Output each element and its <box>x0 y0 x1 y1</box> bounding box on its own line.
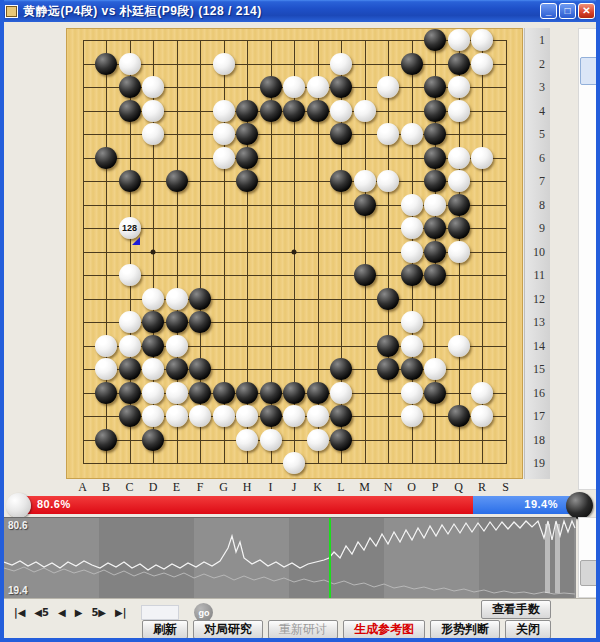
black-stone-P4 <box>424 100 446 122</box>
white-stone-M4 <box>354 100 376 122</box>
white-stone-Q6 <box>448 147 470 169</box>
black-stone-C16 <box>119 382 141 404</box>
graph-top-label: 80.6 <box>8 520 27 531</box>
black-stone-C15 <box>119 358 141 380</box>
black-stone-L15 <box>330 358 352 380</box>
black-stone-N14 <box>377 335 399 357</box>
black-stone-P16 <box>424 382 446 404</box>
black-stone-B16 <box>95 382 117 404</box>
white-stone-D17 <box>142 405 164 427</box>
row-label-13: 13 <box>533 315 545 330</box>
graph-highlight-column <box>545 524 550 593</box>
white-stone-N3 <box>377 76 399 98</box>
white-stone-N5 <box>377 123 399 145</box>
black-stone-M11 <box>354 264 376 286</box>
white-stone-G2 <box>213 53 235 75</box>
white-stone-D3 <box>142 76 164 98</box>
col-label-J: J <box>292 480 297 495</box>
white-stone-L16 <box>330 382 352 404</box>
white-stone-O13 <box>401 311 423 333</box>
row-label-5: 5 <box>539 127 545 142</box>
black-stone-Q9 <box>448 217 470 239</box>
white-stone-C9: 128 <box>119 217 141 239</box>
black-stone-L17 <box>330 405 352 427</box>
white-stone-B15 <box>95 358 117 380</box>
black-stone-P7 <box>424 170 446 192</box>
col-label-B: B <box>102 480 110 495</box>
black-stone-O11 <box>401 264 423 286</box>
black-stone-H16 <box>236 382 258 404</box>
white-stone-O14 <box>401 335 423 357</box>
black-stone-E15 <box>166 358 188 380</box>
black-stone-L5 <box>330 123 352 145</box>
nav-last-button[interactable]: ▶| <box>115 607 126 618</box>
col-label-D: D <box>149 480 158 495</box>
grid-line-v <box>388 40 389 464</box>
black-stone-D13 <box>142 311 164 333</box>
row-label-1: 1 <box>539 33 545 48</box>
white-stone-J3 <box>283 76 305 98</box>
col-label-M: M <box>359 480 370 495</box>
black-stone-M8 <box>354 194 376 216</box>
black-stone-D14 <box>142 335 164 357</box>
white-stone-R16 <box>471 382 493 404</box>
graph-highlight-column <box>555 524 560 593</box>
white-winrate-fill <box>18 496 473 514</box>
black-stone-I17 <box>260 405 282 427</box>
col-label-Q: Q <box>454 480 463 495</box>
white-stone-O9 <box>401 217 423 239</box>
col-label-P: P <box>432 480 439 495</box>
maximize-button[interactable]: □ <box>559 3 576 19</box>
black-stone-J4 <box>283 100 305 122</box>
white-stone-O5 <box>401 123 423 145</box>
white-stone-J17 <box>283 405 305 427</box>
game-research-button[interactable]: 对局研究 <box>193 620 263 639</box>
black-stone-C3 <box>119 76 141 98</box>
winrate-graph-lines <box>4 518 576 598</box>
white-stone-Q3 <box>448 76 470 98</box>
black-stone-H7 <box>236 170 258 192</box>
col-label-S: S <box>502 480 509 495</box>
black-stone-H6 <box>236 147 258 169</box>
white-stone-F17 <box>189 405 211 427</box>
white-stone-K17 <box>307 405 329 427</box>
row-label-9: 9 <box>539 221 545 236</box>
col-label-N: N <box>384 480 393 495</box>
nav-back5-button[interactable]: ◀5 <box>34 607 49 618</box>
row-label-16: 16 <box>533 385 545 400</box>
white-stone-C2 <box>119 53 141 75</box>
white-stone-Q4 <box>448 100 470 122</box>
white-stone-J19 <box>283 452 305 474</box>
row-label-4: 4 <box>539 103 545 118</box>
app-window: 黄静远(P4段) vs 朴廷桓(P9段) (128 / 214) _ □ ✕ 1… <box>0 0 600 642</box>
black-stone-C17 <box>119 405 141 427</box>
white-stone-L4 <box>330 100 352 122</box>
black-stone-K16 <box>307 382 329 404</box>
black-stone-F12 <box>189 288 211 310</box>
white-stone-R6 <box>471 147 493 169</box>
white-stone-C13 <box>119 311 141 333</box>
grid-line-v <box>506 40 507 464</box>
white-stone-E17 <box>166 405 188 427</box>
row-label-10: 10 <box>533 244 545 259</box>
black-stone-P3 <box>424 76 446 98</box>
white-stone-Q7 <box>448 170 470 192</box>
close-dialog-button[interactable]: 关闭 <box>505 620 551 639</box>
col-label-K: K <box>313 480 322 495</box>
winrate-graph[interactable]: 80.6 19.4 <box>4 517 576 598</box>
black-stone-H5 <box>236 123 258 145</box>
white-stone-H17 <box>236 405 258 427</box>
white-stone-D4 <box>142 100 164 122</box>
white-stone-E12 <box>166 288 188 310</box>
black-stone-Q2 <box>448 53 470 75</box>
row-label-2: 2 <box>539 56 545 71</box>
col-label-A: A <box>78 480 87 495</box>
white-stone-G6 <box>213 147 235 169</box>
black-stone-icon <box>566 492 593 519</box>
white-stone-icon <box>6 493 31 518</box>
white-stone-P8 <box>424 194 446 216</box>
white-stone-B14 <box>95 335 117 357</box>
col-label-O: O <box>407 480 416 495</box>
nav-first-button[interactable]: |◀ <box>14 607 25 618</box>
row-label-14: 14 <box>533 338 545 353</box>
col-label-E: E <box>173 480 180 495</box>
white-stone-G5 <box>213 123 235 145</box>
last-move-number: 128 <box>122 223 137 233</box>
white-stone-Q10 <box>448 241 470 263</box>
black-stone-P6 <box>424 147 446 169</box>
star-point <box>151 249 156 254</box>
black-stone-F16 <box>189 382 211 404</box>
white-stone-D16 <box>142 382 164 404</box>
minimize-button[interactable]: _ <box>540 3 557 19</box>
black-stone-Q17 <box>448 405 470 427</box>
black-stone-F13 <box>189 311 211 333</box>
white-stone-R2 <box>471 53 493 75</box>
graph-scrollbar-thumb[interactable] <box>580 560 600 586</box>
star-point <box>292 249 297 254</box>
nav-back1-button[interactable]: ◀ <box>58 607 66 618</box>
row-label-19: 19 <box>533 456 545 471</box>
winrate-bar: 80.6% 19.4% <box>4 494 600 516</box>
black-stone-N15 <box>377 358 399 380</box>
white-stone-R1 <box>471 29 493 51</box>
row-labels: 12345678910111213141516171819 <box>524 28 550 479</box>
refresh-button[interactable]: 刷新 <box>142 620 188 639</box>
black-stone-E13 <box>166 311 188 333</box>
graph-scrollbar[interactable] <box>578 517 600 598</box>
white-stone-C11 <box>119 264 141 286</box>
graph-bottom-label: 19.4 <box>8 585 27 596</box>
black-stone-O15 <box>401 358 423 380</box>
row-label-11: 11 <box>533 268 545 283</box>
white-stone-K3 <box>307 76 329 98</box>
black-stone-Q8 <box>448 194 470 216</box>
black-stone-E7 <box>166 170 188 192</box>
row-label-12: 12 <box>533 291 545 306</box>
white-stone-G17 <box>213 405 235 427</box>
nav-forward1-button[interactable]: ▶ <box>75 607 83 618</box>
row-label-15: 15 <box>533 362 545 377</box>
black-stone-F15 <box>189 358 211 380</box>
black-stone-B18 <box>95 429 117 451</box>
white-stone-D12 <box>142 288 164 310</box>
white-stone-R17 <box>471 405 493 427</box>
black-stone-I4 <box>260 100 282 122</box>
board-scrollbar-thumb[interactable] <box>580 57 600 85</box>
col-label-I: I <box>269 480 273 495</box>
position-judgment-button[interactable]: 形势判断 <box>430 620 500 639</box>
black-stone-K4 <box>307 100 329 122</box>
black-stone-D18 <box>142 429 164 451</box>
white-winrate-label: 80.6% <box>37 498 71 510</box>
black-stone-I16 <box>260 382 282 404</box>
black-stone-G16 <box>213 382 235 404</box>
white-stone-K18 <box>307 429 329 451</box>
black-stone-P10 <box>424 241 446 263</box>
white-stone-M7 <box>354 170 376 192</box>
nav-forward5-button[interactable]: 5▶ <box>91 607 106 618</box>
white-stone-G4 <box>213 100 235 122</box>
white-stone-O16 <box>401 382 423 404</box>
white-stone-D15 <box>142 358 164 380</box>
black-stone-P11 <box>424 264 446 286</box>
white-stone-Q14 <box>448 335 470 357</box>
black-stone-P1 <box>424 29 446 51</box>
black-stone-P5 <box>424 123 446 145</box>
row-label-6: 6 <box>539 150 545 165</box>
black-stone-P9 <box>424 217 446 239</box>
white-stone-E16 <box>166 382 188 404</box>
white-stone-I18 <box>260 429 282 451</box>
col-label-F: F <box>197 480 204 495</box>
black-stone-B6 <box>95 147 117 169</box>
black-winrate-label: 19.4% <box>524 498 558 510</box>
white-stone-Q1 <box>448 29 470 51</box>
current-move-line <box>329 518 331 598</box>
control-bar: |◀◀5◀▶5▶▶|go 查看手数 刷新对局研究重新研讨生成参考图形势判断关闭 <box>4 598 600 638</box>
black-stone-L3 <box>330 76 352 98</box>
row-label-8: 8 <box>539 197 545 212</box>
app-icon <box>5 5 18 18</box>
white-stone-L2 <box>330 53 352 75</box>
black-stone-B2 <box>95 53 117 75</box>
col-label-L: L <box>337 480 344 495</box>
white-stone-C14 <box>119 335 141 357</box>
black-stone-N12 <box>377 288 399 310</box>
col-label-H: H <box>243 480 252 495</box>
re-discuss-button[interactable]: 重新研讨 <box>268 620 338 639</box>
white-stone-H18 <box>236 429 258 451</box>
white-stone-E14 <box>166 335 188 357</box>
black-stone-J16 <box>283 382 305 404</box>
col-label-C: C <box>125 480 133 495</box>
black-stone-L18 <box>330 429 352 451</box>
view-moves-button[interactable]: 查看手数 <box>481 600 551 619</box>
go-board[interactable]: 128 <box>66 28 523 479</box>
row-label-3: 3 <box>539 80 545 95</box>
white-stone-O8 <box>401 194 423 216</box>
white-stone-O17 <box>401 405 423 427</box>
black-stone-C4 <box>119 100 141 122</box>
row-label-17: 17 <box>533 409 545 424</box>
black-stone-C7 <box>119 170 141 192</box>
white-stone-D5 <box>142 123 164 145</box>
generate-reference-button[interactable]: 生成参考图 <box>343 620 425 639</box>
black-stone-O2 <box>401 53 423 75</box>
white-stone-P15 <box>424 358 446 380</box>
col-label-G: G <box>219 480 228 495</box>
black-stone-H4 <box>236 100 258 122</box>
move-number-input[interactable] <box>141 605 179 620</box>
close-button[interactable]: ✕ <box>578 3 595 19</box>
white-stone-N7 <box>377 170 399 192</box>
black-stone-L7 <box>330 170 352 192</box>
board-scrollbar[interactable] <box>578 28 600 490</box>
window-title: 黄静远(P4段) vs 朴廷桓(P9段) (128 / 214) <box>23 3 262 20</box>
white-stone-O10 <box>401 241 423 263</box>
row-label-7: 7 <box>539 174 545 189</box>
row-label-18: 18 <box>533 432 545 447</box>
title-bar: 黄静远(P4段) vs 朴廷桓(P9段) (128 / 214) _ □ ✕ <box>0 0 600 22</box>
black-stone-I3 <box>260 76 282 98</box>
col-label-R: R <box>478 480 486 495</box>
